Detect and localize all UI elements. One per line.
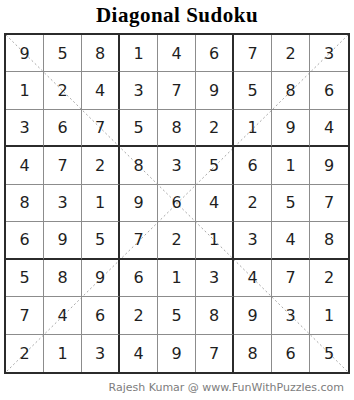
cell-r8c2: 4 xyxy=(44,297,82,334)
cell-r5c9: 7 xyxy=(310,185,348,222)
cell-r8c1: 7 xyxy=(6,297,44,334)
cell-r8c9: 1 xyxy=(310,297,348,334)
cell-r9c3: 3 xyxy=(82,335,120,372)
cell-r1c9: 3 xyxy=(310,35,348,72)
cell-r1c8: 2 xyxy=(272,35,310,72)
cell-r2c9: 6 xyxy=(310,72,348,109)
cell-r4c2: 7 xyxy=(44,147,82,184)
cell-r7c3: 9 xyxy=(82,260,120,297)
cell-r6c2: 9 xyxy=(44,222,82,259)
cell-r8c8: 3 xyxy=(272,297,310,334)
cell-r4c6: 5 xyxy=(196,147,234,184)
cell-r1c3: 8 xyxy=(82,35,120,72)
cell-r9c9: 5 xyxy=(310,335,348,372)
page-title: Diagonal Sudoku xyxy=(0,3,354,28)
cell-r1c2: 5 xyxy=(44,35,82,72)
cell-r4c4: 8 xyxy=(120,147,158,184)
cell-r7c6: 3 xyxy=(196,260,234,297)
cell-r3c3: 7 xyxy=(82,110,120,147)
cell-r1c6: 6 xyxy=(196,35,234,72)
cell-r2c8: 8 xyxy=(272,72,310,109)
cell-r4c9: 9 xyxy=(310,147,348,184)
cell-r2c3: 4 xyxy=(82,72,120,109)
cell-r3c8: 9 xyxy=(272,110,310,147)
cell-r3c9: 4 xyxy=(310,110,348,147)
cell-r9c7: 8 xyxy=(234,335,272,372)
cell-r9c5: 9 xyxy=(158,335,196,372)
cell-r9c6: 7 xyxy=(196,335,234,372)
cell-r9c1: 2 xyxy=(6,335,44,372)
cell-r8c3: 6 xyxy=(82,297,120,334)
cell-r6c4: 7 xyxy=(120,222,158,259)
cell-r6c6: 1 xyxy=(196,222,234,259)
credit-text: Rajesh Kumar @ www.FunWithPuzzles.com xyxy=(0,381,344,394)
cell-r4c3: 2 xyxy=(82,147,120,184)
cell-r2c1: 1 xyxy=(6,72,44,109)
cell-r3c1: 3 xyxy=(6,110,44,147)
cell-r5c6: 4 xyxy=(196,185,234,222)
cell-r8c7: 9 xyxy=(234,297,272,334)
sudoku-board: 9581467231243795863675821944728356198319… xyxy=(4,33,350,374)
cell-r7c8: 7 xyxy=(272,260,310,297)
cell-r2c5: 7 xyxy=(158,72,196,109)
cell-r5c1: 8 xyxy=(6,185,44,222)
cell-r2c2: 2 xyxy=(44,72,82,109)
cell-r7c5: 1 xyxy=(158,260,196,297)
cell-r3c6: 2 xyxy=(196,110,234,147)
cell-r7c2: 8 xyxy=(44,260,82,297)
cell-r7c1: 5 xyxy=(6,260,44,297)
cell-r5c8: 5 xyxy=(272,185,310,222)
cell-r8c5: 5 xyxy=(158,297,196,334)
cell-r3c5: 8 xyxy=(158,110,196,147)
cell-r6c5: 2 xyxy=(158,222,196,259)
sudoku-grid: 9581467231243795863675821944728356198319… xyxy=(6,35,348,372)
cell-r4c1: 4 xyxy=(6,147,44,184)
cell-r3c4: 5 xyxy=(120,110,158,147)
cell-r7c7: 4 xyxy=(234,260,272,297)
cell-r1c7: 7 xyxy=(234,35,272,72)
cell-r9c8: 6 xyxy=(272,335,310,372)
cell-r7c4: 6 xyxy=(120,260,158,297)
cell-r8c4: 2 xyxy=(120,297,158,334)
cell-r1c4: 1 xyxy=(120,35,158,72)
cell-r4c5: 3 xyxy=(158,147,196,184)
cell-r6c3: 5 xyxy=(82,222,120,259)
cell-r2c4: 3 xyxy=(120,72,158,109)
cell-r9c2: 1 xyxy=(44,335,82,372)
cell-r2c7: 5 xyxy=(234,72,272,109)
cell-r7c9: 2 xyxy=(310,260,348,297)
cell-r5c4: 9 xyxy=(120,185,158,222)
cell-r4c7: 6 xyxy=(234,147,272,184)
cell-r2c6: 9 xyxy=(196,72,234,109)
cell-r1c1: 9 xyxy=(6,35,44,72)
cell-r6c1: 6 xyxy=(6,222,44,259)
cell-r1c5: 4 xyxy=(158,35,196,72)
cell-r4c8: 1 xyxy=(272,147,310,184)
cell-r6c8: 4 xyxy=(272,222,310,259)
cell-r5c7: 2 xyxy=(234,185,272,222)
cell-r8c6: 8 xyxy=(196,297,234,334)
cell-r3c2: 6 xyxy=(44,110,82,147)
cell-r5c5: 6 xyxy=(158,185,196,222)
cell-r3c7: 1 xyxy=(234,110,272,147)
cell-r5c3: 1 xyxy=(82,185,120,222)
cell-r9c4: 4 xyxy=(120,335,158,372)
cell-r6c9: 8 xyxy=(310,222,348,259)
cell-r5c2: 3 xyxy=(44,185,82,222)
cell-r6c7: 3 xyxy=(234,222,272,259)
